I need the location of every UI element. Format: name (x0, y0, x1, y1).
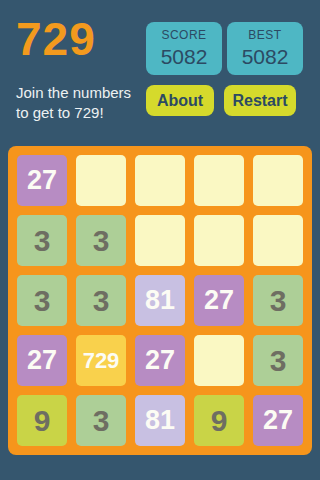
empty-cell (194, 215, 244, 266)
tile-27: 27 (17, 155, 67, 206)
tile-27: 27 (194, 275, 244, 326)
board[interactable]: 27333381273277292739381927 (8, 146, 312, 455)
tile-27: 27 (253, 395, 303, 446)
tile-3: 3 (76, 275, 126, 326)
empty-cell (253, 215, 303, 266)
tile-3: 3 (253, 335, 303, 386)
empty-cell (135, 155, 185, 206)
page-title: 729 (16, 12, 96, 66)
subtitle: Join the numbers to get to 729! (16, 83, 131, 123)
score-label: SCORE (161, 28, 206, 42)
tile-9: 9 (194, 395, 244, 446)
tile-27: 27 (17, 335, 67, 386)
best-value: 5082 (242, 45, 289, 69)
tile-81: 81 (135, 395, 185, 446)
tile-27: 27 (135, 335, 185, 386)
empty-cell (194, 155, 244, 206)
empty-cell (76, 155, 126, 206)
tile-81: 81 (135, 275, 185, 326)
subtitle-line1: Join the numbers (16, 83, 131, 103)
tile-9: 9 (17, 395, 67, 446)
tile-3: 3 (17, 275, 67, 326)
empty-cell (135, 215, 185, 266)
tile-729: 729 (76, 335, 126, 386)
tile-3: 3 (17, 215, 67, 266)
best-box: BEST 5082 (227, 22, 303, 75)
score-box: SCORE 5082 (146, 22, 222, 75)
tile-3: 3 (76, 395, 126, 446)
score-value: 5082 (161, 45, 208, 69)
tile-3: 3 (253, 275, 303, 326)
restart-button[interactable]: Restart (224, 85, 296, 116)
tile-3: 3 (76, 215, 126, 266)
empty-cell (194, 335, 244, 386)
subtitle-line2: to get to 729! (16, 103, 131, 123)
app: 729 Join the numbers to get to 729! SCOR… (0, 0, 320, 480)
best-label: BEST (248, 28, 281, 42)
empty-cell (253, 155, 303, 206)
about-button[interactable]: About (146, 85, 214, 116)
